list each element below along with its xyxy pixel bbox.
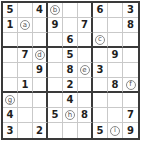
cell-r9c5[interactable]	[63, 123, 78, 138]
given-digit: 8	[67, 65, 74, 75]
given-digit: 7	[127, 110, 134, 120]
cell-r9c7: 5	[93, 123, 108, 138]
given-digit: 2	[67, 80, 74, 90]
cell-r2c1: 1	[3, 18, 18, 33]
cell-r5c1[interactable]	[3, 63, 18, 78]
cell-r6c6[interactable]	[78, 78, 93, 93]
circle-letter-b: b	[50, 5, 60, 15]
cell-r7c3[interactable]	[33, 93, 48, 108]
cell-r4c4[interactable]	[48, 48, 63, 63]
cell-r8c2[interactable]	[18, 108, 33, 123]
circle-letter-g: g	[5, 95, 15, 105]
circle-letter-d: d	[35, 50, 45, 60]
cell-r9c9: 9	[123, 123, 138, 138]
given-digit: 9	[127, 126, 134, 136]
given-digit: 4	[36, 5, 43, 15]
cell-r8c6: 8	[78, 108, 93, 123]
cell-r8c7[interactable]	[93, 108, 108, 123]
circle-letter-h: h	[65, 110, 75, 120]
given-digit: 5	[52, 110, 59, 120]
given-digit: 6	[67, 35, 74, 45]
cell-r3c7[interactable]: c	[93, 33, 108, 48]
given-digit: 9	[112, 50, 119, 60]
cell-r9c8[interactable]: i	[108, 123, 123, 138]
cell-r3c5: 6	[63, 33, 78, 48]
cell-r4c1[interactable]	[3, 48, 18, 63]
cell-r2c8[interactable]	[108, 18, 123, 33]
cell-r6c7[interactable]	[93, 78, 108, 93]
cell-r1c3: 4	[33, 3, 48, 18]
cell-r4c7[interactable]	[93, 48, 108, 63]
given-digit: 4	[7, 110, 14, 120]
given-digit: 8	[112, 80, 119, 90]
cell-r1c9: 3	[123, 3, 138, 18]
given-digit: 1	[22, 80, 29, 90]
cell-r2c2[interactable]: a	[18, 18, 33, 33]
cell-r8c9: 7	[123, 108, 138, 123]
cell-r2c3[interactable]	[33, 18, 48, 33]
cell-r4c3[interactable]: d	[33, 48, 48, 63]
circle-letter-f: f	[126, 80, 136, 90]
cell-r8c1: 4	[3, 108, 18, 123]
cell-r6c4[interactable]	[48, 78, 63, 93]
given-digit: 5	[97, 126, 104, 136]
cell-r5c2[interactable]	[18, 63, 33, 78]
given-digit: 7	[81, 20, 88, 30]
cell-r2c5[interactable]	[63, 18, 78, 33]
cell-r7c9[interactable]	[123, 93, 138, 108]
cell-r7c5: 4	[63, 93, 78, 108]
circle-letter-e: e	[80, 65, 90, 75]
given-digit: 5	[67, 50, 74, 60]
cell-r7c2[interactable]	[18, 93, 33, 108]
cell-r2c7[interactable]	[93, 18, 108, 33]
given-digit: 8	[127, 20, 134, 30]
given-digit: 9	[52, 20, 59, 30]
given-digit: 4	[67, 95, 74, 105]
cell-r5c9[interactable]	[123, 63, 138, 78]
given-digit: 1	[7, 20, 14, 30]
cell-r3c8[interactable]	[108, 33, 123, 48]
cell-r3c9[interactable]	[123, 33, 138, 48]
cell-r6c8: 8	[108, 78, 123, 93]
cell-r8c3[interactable]	[33, 108, 48, 123]
cell-r5c5: 8	[63, 63, 78, 78]
cell-r4c5: 5	[63, 48, 78, 63]
cell-r3c6[interactable]	[78, 33, 93, 48]
given-digit: 8	[81, 110, 88, 120]
cell-r2c6: 7	[78, 18, 93, 33]
cell-r5c6[interactable]: e	[78, 63, 93, 78]
given-digit: 6	[97, 5, 104, 15]
cell-r6c9[interactable]: f	[123, 78, 138, 93]
cell-r1c7: 6	[93, 3, 108, 18]
given-digit: 3	[7, 126, 14, 136]
cell-r6c5: 2	[63, 78, 78, 93]
cell-r7c4[interactable]	[48, 93, 63, 108]
cell-r6c3[interactable]	[33, 78, 48, 93]
cell-r7c7[interactable]	[93, 93, 108, 108]
cell-r6c2: 1	[18, 78, 33, 93]
cell-r4c8: 9	[108, 48, 123, 63]
cell-r6c1[interactable]	[3, 78, 18, 93]
cell-r9c1: 3	[3, 123, 18, 138]
cell-r5c8[interactable]	[108, 63, 123, 78]
cell-r5c3: 9	[33, 63, 48, 78]
sudoku-board: 54b631a9786c7d5998e3128fg445h87325i9	[1, 1, 140, 140]
cell-r4c2: 7	[18, 48, 33, 63]
cell-r8c4: 5	[48, 108, 63, 123]
cell-r7c6[interactable]	[78, 93, 93, 108]
given-digit: 3	[127, 5, 134, 15]
given-digit: 3	[97, 65, 104, 75]
cell-r9c2[interactable]	[18, 123, 33, 138]
cell-r9c3: 2	[33, 123, 48, 138]
given-digit: 9	[36, 65, 43, 75]
cell-r7c1[interactable]: g	[3, 93, 18, 108]
cell-r5c7: 3	[93, 63, 108, 78]
cell-r1c1: 5	[3, 3, 18, 18]
cell-r5c4[interactable]	[48, 63, 63, 78]
circle-letter-i: i	[110, 126, 120, 136]
cell-r3c3[interactable]	[33, 33, 48, 48]
cell-r9c4[interactable]	[48, 123, 63, 138]
cell-r3c2[interactable]	[18, 33, 33, 48]
cell-r7c8[interactable]	[108, 93, 123, 108]
cell-r9c6[interactable]	[78, 123, 93, 138]
cell-r3c4[interactable]	[48, 33, 63, 48]
given-digit: 2	[36, 126, 43, 136]
cell-r4c9[interactable]	[123, 48, 138, 63]
cell-r1c8[interactable]	[108, 3, 123, 18]
cell-r1c2[interactable]	[18, 3, 33, 18]
cell-r1c6[interactable]	[78, 3, 93, 18]
cell-r3c1[interactable]	[3, 33, 18, 48]
circle-letter-c: c	[95, 35, 105, 45]
cell-r2c4: 9	[48, 18, 63, 33]
cell-r1c5[interactable]	[63, 3, 78, 18]
cell-r8c8[interactable]	[108, 108, 123, 123]
cell-r1c4[interactable]: b	[48, 3, 63, 18]
circle-letter-a: a	[20, 20, 30, 30]
cell-r2c9: 8	[123, 18, 138, 33]
given-digit: 5	[7, 5, 14, 15]
cell-r4c6[interactable]	[78, 48, 93, 63]
cell-r8c5[interactable]: h	[63, 108, 78, 123]
given-digit: 7	[22, 50, 29, 60]
